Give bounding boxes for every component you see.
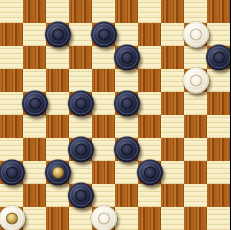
light-square-r3c1	[23, 69, 46, 92]
light-square-r8c6	[138, 184, 161, 207]
square-29[interactable]	[138, 115, 161, 138]
black-man[interactable]	[68, 182, 94, 208]
light-square-r5c9	[207, 115, 230, 138]
white-man[interactable]	[183, 21, 209, 47]
square-17[interactable]	[46, 69, 69, 92]
square-22[interactable]	[69, 92, 92, 115]
light-square-r1c5	[115, 23, 138, 46]
square-44[interactable]	[161, 184, 184, 207]
light-square-r7c9	[207, 161, 230, 184]
light-square-r1c9	[207, 23, 230, 46]
black-man[interactable]	[68, 90, 94, 116]
white-king[interactable]	[0, 205, 25, 230]
black-man[interactable]	[137, 159, 163, 185]
square-39[interactable]	[138, 161, 161, 184]
light-square-r2c0	[0, 46, 23, 69]
square-32[interactable]	[69, 138, 92, 161]
light-square-r2c6	[138, 46, 161, 69]
square-1[interactable]	[23, 0, 46, 23]
black-man[interactable]	[0, 159, 25, 185]
square-35[interactable]	[207, 138, 230, 161]
light-square-r4c2	[46, 92, 69, 115]
light-square-r9c5	[115, 207, 138, 230]
draughts-board	[0, 0, 230, 230]
light-square-r6c0	[0, 138, 23, 161]
light-square-r6c6	[138, 138, 161, 161]
square-31[interactable]	[23, 138, 46, 161]
light-square-r8c8	[184, 184, 207, 207]
square-14[interactable]	[161, 46, 184, 69]
square-37[interactable]	[46, 161, 69, 184]
light-square-r8c0	[0, 184, 23, 207]
square-43[interactable]	[115, 184, 138, 207]
square-47[interactable]	[46, 207, 69, 230]
square-38[interactable]	[92, 161, 115, 184]
black-man[interactable]	[22, 90, 48, 116]
light-square-r7c1	[23, 161, 46, 184]
light-square-r0c2	[46, 0, 69, 23]
square-27[interactable]	[46, 115, 69, 138]
square-50[interactable]	[184, 207, 207, 230]
square-24[interactable]	[161, 92, 184, 115]
square-7[interactable]	[46, 23, 69, 46]
light-square-r7c3	[69, 161, 92, 184]
square-8[interactable]	[92, 23, 115, 46]
light-square-r0c4	[92, 0, 115, 23]
square-30[interactable]	[184, 115, 207, 138]
light-square-r8c4	[92, 184, 115, 207]
light-square-r1c7	[161, 23, 184, 46]
light-square-r6c2	[46, 138, 69, 161]
square-33[interactable]	[115, 138, 138, 161]
square-25[interactable]	[207, 92, 230, 115]
square-48[interactable]	[92, 207, 115, 230]
square-28[interactable]	[92, 115, 115, 138]
light-square-r2c2	[46, 46, 69, 69]
light-square-r1c3	[69, 23, 92, 46]
square-46[interactable]	[0, 207, 23, 230]
light-square-r0c8	[184, 0, 207, 23]
light-square-r0c6	[138, 0, 161, 23]
draughts-app-window	[0, 0, 230, 230]
square-41[interactable]	[23, 184, 46, 207]
square-45[interactable]	[207, 184, 230, 207]
black-king[interactable]	[45, 159, 71, 185]
light-square-r7c5	[115, 161, 138, 184]
square-40[interactable]	[184, 161, 207, 184]
light-square-r4c4	[92, 92, 115, 115]
light-square-r5c5	[115, 115, 138, 138]
light-square-r3c7	[161, 69, 184, 92]
square-23[interactable]	[115, 92, 138, 115]
square-16[interactable]	[0, 69, 23, 92]
square-36[interactable]	[0, 161, 23, 184]
square-26[interactable]	[0, 115, 23, 138]
light-square-r5c1	[23, 115, 46, 138]
square-18[interactable]	[92, 69, 115, 92]
square-20[interactable]	[184, 69, 207, 92]
square-12[interactable]	[69, 46, 92, 69]
square-4[interactable]	[161, 0, 184, 23]
light-square-r6c4	[92, 138, 115, 161]
light-square-r3c5	[115, 69, 138, 92]
light-square-r8c2	[46, 184, 69, 207]
light-square-r3c3	[69, 69, 92, 92]
square-3[interactable]	[115, 0, 138, 23]
square-49[interactable]	[138, 207, 161, 230]
black-man[interactable]	[206, 44, 231, 70]
white-man[interactable]	[183, 67, 209, 93]
black-man[interactable]	[114, 136, 140, 162]
square-10[interactable]	[184, 23, 207, 46]
square-9[interactable]	[138, 23, 161, 46]
light-square-r5c7	[161, 115, 184, 138]
light-square-r1c1	[23, 23, 46, 46]
black-man[interactable]	[45, 21, 71, 47]
light-square-r2c8	[184, 46, 207, 69]
light-square-r0c0	[0, 0, 23, 23]
light-square-r4c8	[184, 92, 207, 115]
square-42[interactable]	[69, 184, 92, 207]
light-square-r4c6	[138, 92, 161, 115]
black-man[interactable]	[114, 90, 140, 116]
light-square-r5c3	[69, 115, 92, 138]
light-square-r6c8	[184, 138, 207, 161]
white-man[interactable]	[91, 205, 117, 230]
light-square-r9c9	[207, 207, 230, 230]
square-2[interactable]	[69, 0, 92, 23]
square-34[interactable]	[161, 138, 184, 161]
light-square-r9c7	[161, 207, 184, 230]
light-square-r4c0	[0, 92, 23, 115]
square-19[interactable]	[138, 69, 161, 92]
square-13[interactable]	[115, 46, 138, 69]
light-square-r3c9	[207, 69, 230, 92]
square-15[interactable]	[207, 46, 230, 69]
light-square-r7c7	[161, 161, 184, 184]
square-6[interactable]	[0, 23, 23, 46]
light-square-r9c3	[69, 207, 92, 230]
square-5[interactable]	[207, 0, 230, 23]
black-man[interactable]	[68, 136, 94, 162]
square-11[interactable]	[23, 46, 46, 69]
black-man[interactable]	[114, 44, 140, 70]
square-21[interactable]	[23, 92, 46, 115]
black-man[interactable]	[91, 21, 117, 47]
light-square-r2c4	[92, 46, 115, 69]
light-square-r9c1	[23, 207, 46, 230]
